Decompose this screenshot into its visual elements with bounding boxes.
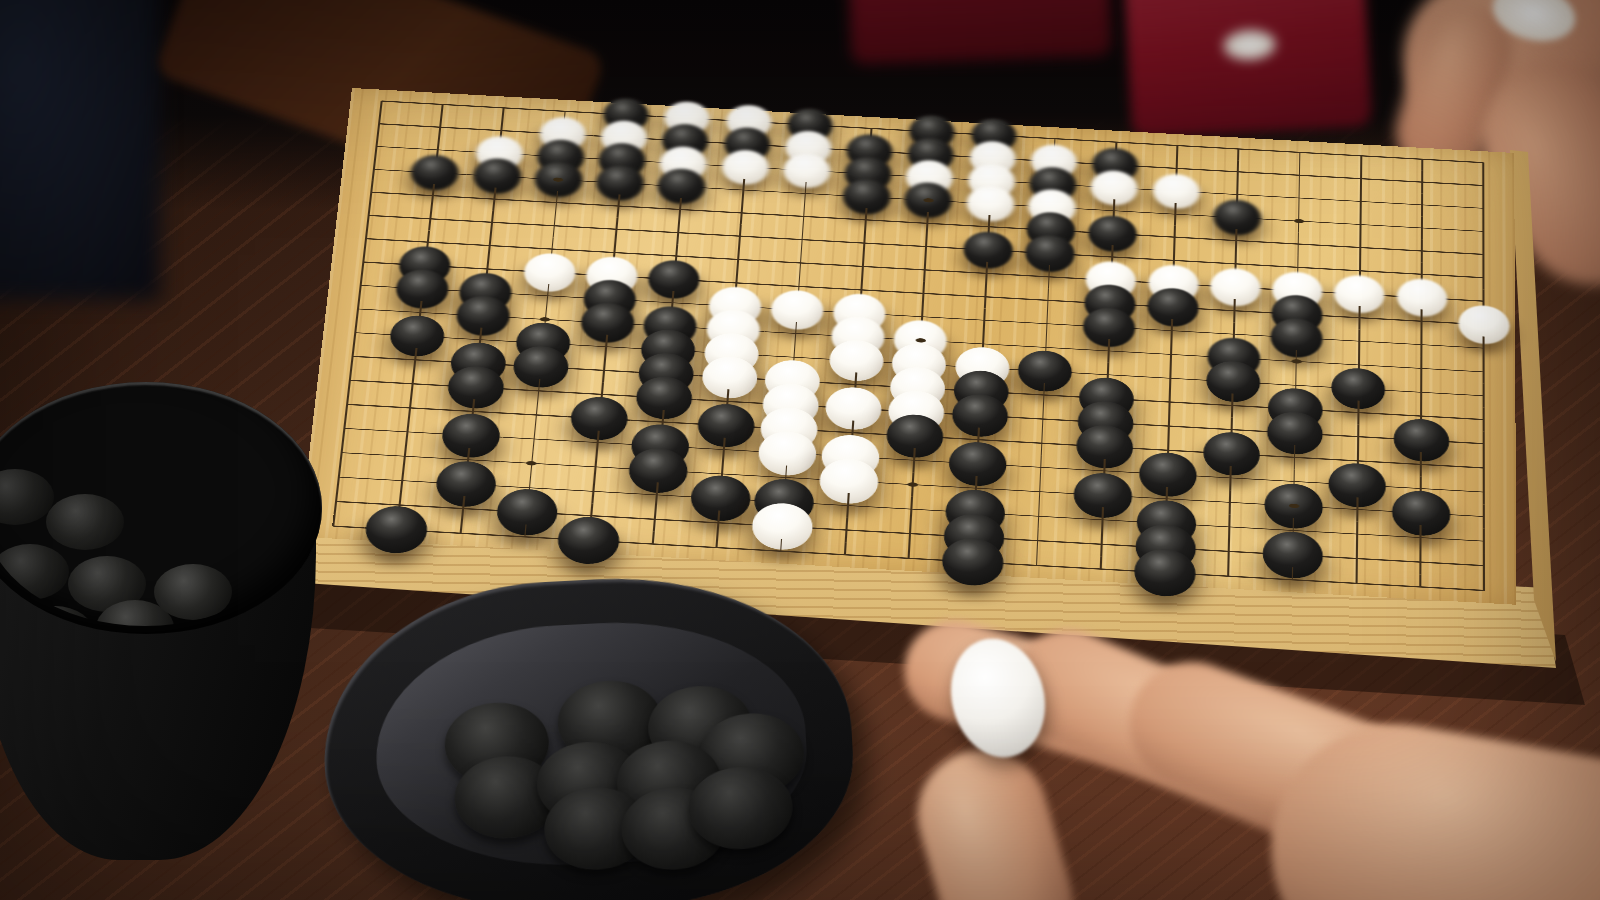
board-intersection[interactable] xyxy=(1453,150,1514,176)
board-intersection[interactable] xyxy=(1328,304,1391,331)
grid-line-horizontal xyxy=(1453,229,1484,232)
board-intersection[interactable] xyxy=(390,275,455,302)
grid-line-horizontal xyxy=(1453,252,1484,255)
board-intersection[interactable] xyxy=(1329,234,1391,261)
board-intersection[interactable] xyxy=(492,523,558,551)
board-intersection[interactable] xyxy=(322,319,387,346)
board-intersection[interactable] xyxy=(1013,358,1077,385)
board-intersection[interactable] xyxy=(1268,208,1330,235)
grid-line-vertical xyxy=(1237,149,1239,160)
board-intersection[interactable] xyxy=(403,160,467,186)
grid-line-vertical xyxy=(716,535,719,547)
board-intersection[interactable] xyxy=(940,548,1005,576)
board-intersection[interactable] xyxy=(458,232,522,259)
black-stone-bowl xyxy=(0,382,326,860)
board-intersection[interactable] xyxy=(825,347,889,374)
board-intersection[interactable] xyxy=(1078,314,1141,341)
board-intersection[interactable] xyxy=(1196,562,1261,590)
board-intersection[interactable] xyxy=(1453,218,1515,245)
board-intersection[interactable] xyxy=(333,225,398,252)
board-intersection[interactable] xyxy=(650,173,714,199)
board-intersection[interactable] xyxy=(1327,375,1390,402)
grid-line-horizontal xyxy=(1453,160,1484,163)
board-intersection[interactable] xyxy=(1263,419,1326,447)
board-intersection[interactable] xyxy=(1453,454,1516,482)
board-intersection[interactable] xyxy=(832,230,895,257)
grid-line-horizontal xyxy=(1452,563,1484,566)
board-intersection[interactable] xyxy=(336,202,401,229)
board-intersection[interactable] xyxy=(330,249,395,276)
grid-line-horizontal xyxy=(1453,299,1484,302)
board-intersection[interactable] xyxy=(1453,335,1515,362)
board-intersection[interactable] xyxy=(714,154,777,180)
board-intersection[interactable] xyxy=(770,226,834,253)
board-intersection[interactable] xyxy=(382,346,447,373)
board-intersection[interactable] xyxy=(1327,399,1390,426)
board-intersection[interactable] xyxy=(882,446,947,474)
board-intersection[interactable] xyxy=(1207,159,1269,185)
board-intersection[interactable] xyxy=(328,272,393,299)
board-intersection[interactable] xyxy=(1391,169,1452,195)
dark-red-object xyxy=(849,0,1112,65)
grid-line-vertical xyxy=(1176,145,1178,156)
board-intersection[interactable] xyxy=(1453,430,1516,458)
board-intersection[interactable] xyxy=(1452,503,1516,531)
board-intersection[interactable] xyxy=(1391,284,1453,311)
board-intersection[interactable] xyxy=(1329,211,1391,238)
board-intersection[interactable] xyxy=(1453,382,1516,409)
grid-line-horizontal xyxy=(500,461,564,466)
board-intersection[interactable] xyxy=(1205,227,1267,254)
grid-line-horizontal xyxy=(333,526,365,529)
far-player-clothing xyxy=(0,0,160,300)
board-intersection[interactable] xyxy=(1017,263,1080,290)
grid-line-vertical xyxy=(844,542,847,554)
board-intersection[interactable] xyxy=(1004,551,1069,579)
board-intersection[interactable] xyxy=(1390,308,1452,335)
board-intersection[interactable] xyxy=(1328,281,1390,308)
board-intersection[interactable] xyxy=(835,184,898,210)
board-intersection[interactable] xyxy=(626,456,691,484)
board-intersection[interactable] xyxy=(879,495,944,523)
board-intersection[interactable] xyxy=(880,471,945,499)
board-intersection[interactable] xyxy=(586,193,650,220)
board-intersection[interactable] xyxy=(1326,423,1389,451)
board-intersection[interactable] xyxy=(341,156,405,182)
board-intersection[interactable] xyxy=(401,183,465,210)
board-intersection[interactable] xyxy=(893,256,956,283)
board-intersection[interactable] xyxy=(1453,241,1515,268)
board-intersection[interactable] xyxy=(515,282,580,309)
board-intersection[interactable] xyxy=(1389,523,1453,551)
board-intersection[interactable] xyxy=(1330,188,1392,214)
board-intersection[interactable] xyxy=(708,223,772,250)
board-intersection[interactable] xyxy=(953,307,1017,334)
board-intersection[interactable] xyxy=(588,170,652,196)
board-intersection[interactable] xyxy=(349,88,413,114)
board-intersection[interactable] xyxy=(443,374,508,401)
board-intersection[interactable] xyxy=(897,187,960,213)
board-intersection[interactable] xyxy=(374,418,440,446)
board-intersection[interactable] xyxy=(576,309,641,336)
board-intersection[interactable] xyxy=(775,157,838,183)
go-game-scene xyxy=(0,0,1600,900)
board-intersection[interactable] xyxy=(1016,287,1079,314)
board-intersection[interactable] xyxy=(433,470,499,498)
board-intersection[interactable] xyxy=(562,453,628,481)
board-intersection[interactable] xyxy=(1070,506,1135,534)
board-intersection[interactable] xyxy=(1199,440,1263,468)
board-intersection[interactable] xyxy=(1011,405,1075,433)
board-intersection[interactable] xyxy=(325,295,390,322)
grid-line-horizontal xyxy=(355,332,386,335)
board-intersection[interactable] xyxy=(522,212,586,239)
grid-line-horizontal xyxy=(344,428,376,431)
grid-line-horizontal xyxy=(1453,346,1484,349)
grid-line-horizontal xyxy=(1453,393,1484,396)
board-intersection[interactable] xyxy=(1073,433,1137,461)
grid-line-horizontal xyxy=(373,169,404,172)
grid-line-vertical xyxy=(1100,557,1102,569)
board-intersection[interactable] xyxy=(1203,297,1266,324)
board-intersection[interactable] xyxy=(499,449,565,477)
board-intersection[interactable] xyxy=(1005,527,1070,555)
board-intersection[interactable] xyxy=(556,526,622,554)
board-intersection[interactable] xyxy=(1198,488,1262,516)
board-intersection[interactable] xyxy=(1208,136,1270,162)
board-intersection[interactable] xyxy=(527,166,591,192)
board-intersection[interactable] xyxy=(684,533,750,561)
board-intersection[interactable] xyxy=(1390,355,1453,382)
board-intersection[interactable] xyxy=(706,246,770,273)
board-intersection[interactable] xyxy=(954,283,1017,310)
board-intersection[interactable] xyxy=(1265,348,1328,375)
grid-line-horizontal xyxy=(1453,370,1484,373)
grid-line-horizontal xyxy=(341,452,373,455)
board-intersection[interactable] xyxy=(377,394,443,422)
board-intersection[interactable] xyxy=(1388,573,1452,601)
board-intersection[interactable] xyxy=(813,516,878,544)
board-intersection[interactable] xyxy=(1391,192,1453,218)
board-intersection[interactable] xyxy=(1201,392,1264,419)
board-intersection[interactable] xyxy=(1325,520,1389,548)
board-intersection[interactable] xyxy=(1452,478,1515,506)
board-intersection[interactable] xyxy=(1453,311,1515,338)
board-intersection[interactable] xyxy=(560,477,626,505)
board-intersection[interactable] xyxy=(1263,443,1327,471)
board-intersection[interactable] xyxy=(508,353,573,380)
board-intersection[interactable] xyxy=(347,111,411,137)
grid-line-vertical xyxy=(332,514,335,526)
board-intersection[interactable] xyxy=(1081,221,1144,248)
board-intersection[interactable] xyxy=(1261,541,1325,569)
board-intersection[interactable] xyxy=(765,296,829,323)
board-intersection[interactable] xyxy=(1326,471,1390,499)
board-intersection[interactable] xyxy=(750,512,816,540)
board-intersection[interactable] xyxy=(380,370,446,397)
board-intersection[interactable] xyxy=(1146,132,1208,158)
board-intersection[interactable] xyxy=(1389,426,1452,454)
board-intersection[interactable] xyxy=(693,412,758,440)
board-intersection[interactable] xyxy=(1197,513,1261,541)
board-intersection[interactable] xyxy=(1389,499,1453,527)
grid-line-vertical xyxy=(524,524,527,536)
board-intersection[interactable] xyxy=(815,492,880,520)
board-intersection[interactable] xyxy=(411,91,475,117)
grid-line-horizontal xyxy=(1453,276,1484,279)
bowl-black-stone xyxy=(154,564,232,620)
board-intersection[interactable] xyxy=(1139,341,1202,368)
board-intersection[interactable] xyxy=(584,216,648,243)
board-intersection[interactable] xyxy=(1390,379,1453,406)
board-intersection[interactable] xyxy=(506,377,571,405)
board-intersection[interactable] xyxy=(428,519,494,547)
board-intersection[interactable] xyxy=(763,320,827,347)
board-intersection[interactable] xyxy=(1324,569,1388,597)
board-intersection[interactable] xyxy=(438,422,504,450)
grid-line-horizontal xyxy=(363,261,394,264)
board-intersection[interactable] xyxy=(748,537,814,565)
board-intersection[interactable] xyxy=(831,253,895,280)
board-intersection[interactable] xyxy=(398,206,462,233)
board-intersection[interactable] xyxy=(1204,274,1267,301)
board-intersection[interactable] xyxy=(755,439,820,467)
board-intersection[interactable] xyxy=(956,237,1019,264)
board-intersection[interactable] xyxy=(524,189,588,216)
grid-line-vertical xyxy=(1036,553,1038,565)
board-intersection[interactable] xyxy=(1391,215,1453,242)
board-intersection[interactable] xyxy=(465,163,529,189)
grid-line-horizontal xyxy=(381,100,412,103)
board-intersection[interactable] xyxy=(1269,162,1331,188)
grid-line-horizontal xyxy=(514,317,577,322)
board-intersection[interactable] xyxy=(1143,224,1206,251)
board-intersection[interactable] xyxy=(710,200,774,227)
board-intersection[interactable] xyxy=(812,541,878,569)
grid-line-horizontal xyxy=(347,404,379,407)
board-intersection[interactable] xyxy=(1390,331,1453,358)
grid-line-vertical xyxy=(1295,350,1297,374)
board-intersection[interactable] xyxy=(1141,294,1204,321)
board-intersection[interactable] xyxy=(877,520,942,548)
board-intersection[interactable] xyxy=(697,364,762,391)
grid-line-vertical xyxy=(1421,159,1423,170)
board-intersection[interactable] xyxy=(1144,201,1206,227)
board-intersection[interactable] xyxy=(1389,450,1452,478)
grid-line-vertical xyxy=(780,539,783,551)
grid-line-vertical xyxy=(652,532,655,544)
board-intersection[interactable] xyxy=(372,442,438,470)
board-intersection[interactable] xyxy=(462,186,526,213)
board-intersection[interactable] xyxy=(688,484,753,512)
board-intersection[interactable] xyxy=(894,233,957,260)
board-intersection[interactable] xyxy=(1132,558,1197,586)
board-intersection[interactable] xyxy=(948,402,1012,430)
board-intersection[interactable] xyxy=(883,422,948,450)
grid-line-vertical xyxy=(440,104,443,115)
board-intersection[interactable] xyxy=(1268,185,1330,211)
grid-line-vertical xyxy=(1483,163,1485,174)
board-intersection[interactable] xyxy=(876,544,941,572)
board-intersection[interactable] xyxy=(460,209,524,236)
board-intersection[interactable] xyxy=(648,196,712,223)
board-intersection[interactable] xyxy=(1012,381,1076,408)
board-intersection[interactable] xyxy=(769,250,833,277)
board-intersection[interactable] xyxy=(1139,365,1202,392)
grid-line-horizontal xyxy=(1452,539,1484,542)
board-intersection[interactable] xyxy=(565,429,630,457)
grid-line-horizontal xyxy=(1453,490,1485,493)
board-intersection[interactable] xyxy=(622,505,688,533)
go-board xyxy=(299,88,1516,605)
grid-line-vertical xyxy=(379,101,382,112)
grid-line-vertical xyxy=(1360,156,1362,167)
board-intersection[interactable] xyxy=(1199,464,1263,492)
grid-line-vertical xyxy=(460,521,463,533)
board-intersection[interactable] xyxy=(1069,530,1134,558)
grid-line-horizontal xyxy=(379,123,410,126)
grid-line-vertical xyxy=(1419,575,1421,588)
board-intersection[interactable] xyxy=(945,450,1010,478)
board-intersection[interactable] xyxy=(1452,576,1516,604)
board-intersection[interactable] xyxy=(1138,388,1202,415)
board-intersection[interactable] xyxy=(691,436,756,464)
grid-line-horizontal xyxy=(360,285,391,288)
board-intersection[interactable] xyxy=(1206,204,1268,231)
board-intersection[interactable] xyxy=(501,425,567,453)
board-intersection[interactable] xyxy=(363,516,430,544)
board-intersection[interactable] xyxy=(712,177,775,203)
board-intersection[interactable] xyxy=(1071,481,1135,509)
grid-line-horizontal xyxy=(1268,219,1330,224)
board-intersection[interactable] xyxy=(319,343,385,370)
grid-line-horizontal xyxy=(1452,514,1484,517)
board-intersection[interactable] xyxy=(1006,502,1071,530)
board-intersection[interactable] xyxy=(344,133,408,159)
board-intersection[interactable] xyxy=(1391,238,1453,265)
board-intersection[interactable] xyxy=(821,395,886,423)
board-intersection[interactable] xyxy=(632,384,697,412)
grid-line-horizontal xyxy=(1453,183,1484,186)
board-intersection[interactable] xyxy=(1015,310,1078,337)
board-intersection[interactable] xyxy=(646,219,710,246)
board-intersection[interactable] xyxy=(1265,324,1328,351)
board-intersection[interactable] xyxy=(472,95,536,121)
board-intersection[interactable] xyxy=(1260,566,1324,594)
board-intersection[interactable] xyxy=(959,191,1022,217)
board-intersection[interactable] xyxy=(1197,537,1261,565)
board-intersection[interactable] xyxy=(774,180,837,206)
board-intersection[interactable] xyxy=(834,207,897,234)
board-intersection[interactable] xyxy=(1018,240,1081,267)
board-intersection[interactable] xyxy=(1453,358,1516,385)
board-intersection[interactable] xyxy=(1083,175,1145,201)
board-intersection[interactable] xyxy=(571,357,636,384)
board-intersection[interactable] xyxy=(1325,495,1389,523)
board-intersection[interactable] xyxy=(1009,453,1073,481)
board-intersection[interactable] xyxy=(369,467,435,495)
grid-line-vertical xyxy=(502,108,505,119)
grid-line-horizontal xyxy=(881,482,945,487)
grid-line-horizontal xyxy=(366,238,397,241)
board-intersection[interactable] xyxy=(1262,492,1326,520)
board-intersection[interactable] xyxy=(1388,548,1452,576)
red-box-highlight xyxy=(1223,29,1276,62)
board-intersection[interactable] xyxy=(892,280,956,307)
board-intersection[interactable] xyxy=(1007,478,1072,506)
board-intersection[interactable] xyxy=(385,323,450,350)
grid-line-vertical xyxy=(1298,209,1300,232)
board-intersection[interactable] xyxy=(1010,429,1074,457)
board-intersection[interactable] xyxy=(817,467,882,495)
board-intersection[interactable] xyxy=(1328,328,1391,355)
grid-line-horizontal xyxy=(1265,359,1328,364)
board-intersection[interactable] xyxy=(1140,317,1203,344)
grid-line-vertical xyxy=(1291,567,1293,579)
board-intersection[interactable] xyxy=(517,259,581,286)
board-intersection[interactable] xyxy=(1135,461,1199,489)
board-intersection[interactable] xyxy=(450,302,515,329)
board-intersection[interactable] xyxy=(573,333,638,360)
board-intersection[interactable] xyxy=(339,179,403,206)
board-intersection[interactable] xyxy=(955,260,1018,287)
board-intersection[interactable] xyxy=(1077,337,1140,364)
grid-line-horizontal xyxy=(338,476,370,479)
board-intersection[interactable] xyxy=(1330,165,1392,191)
board-intersection[interactable] xyxy=(1452,552,1516,580)
board-intersection[interactable] xyxy=(1392,146,1453,172)
board-intersection[interactable] xyxy=(896,210,959,237)
grid-line-vertical xyxy=(530,451,534,475)
board-intersection[interactable] xyxy=(1330,143,1391,169)
grid-line-vertical xyxy=(908,546,911,558)
grid-line-horizontal xyxy=(368,215,399,218)
board-intersection[interactable] xyxy=(504,401,569,429)
board-intersection[interactable] xyxy=(430,495,496,523)
board-intersection[interactable] xyxy=(1267,231,1329,258)
board-intersection[interactable] xyxy=(1269,139,1331,165)
board-intersection[interactable] xyxy=(686,509,752,537)
board-intersection[interactable] xyxy=(1453,172,1514,198)
board-intersection[interactable] xyxy=(1137,412,1201,440)
board-intersection[interactable] xyxy=(624,481,690,509)
board-intersection[interactable] xyxy=(620,530,686,558)
board-intersection[interactable] xyxy=(567,405,632,433)
grid-line-vertical xyxy=(911,472,914,496)
board-intersection[interactable] xyxy=(1453,406,1516,434)
lid-tray-with-captures xyxy=(316,566,861,900)
grid-line-horizontal xyxy=(352,356,384,359)
board-intersection[interactable] xyxy=(494,498,560,526)
board-intersection[interactable] xyxy=(1453,264,1515,291)
grid-line-vertical xyxy=(1299,152,1301,163)
grid-line-horizontal xyxy=(1453,206,1484,209)
grid-line-horizontal xyxy=(336,501,368,504)
board-intersection[interactable] xyxy=(642,266,706,293)
board-intersection[interactable] xyxy=(772,203,835,230)
board-intersection[interactable] xyxy=(1201,368,1264,395)
board-intersection[interactable] xyxy=(317,367,383,394)
board-intersection[interactable] xyxy=(1145,178,1207,204)
board-intersection[interactable] xyxy=(1452,527,1516,555)
grid-line-vertical xyxy=(1228,564,1230,576)
grid-line-horizontal xyxy=(371,192,402,195)
board-intersection[interactable] xyxy=(1325,545,1389,573)
board-intersection[interactable] xyxy=(1068,555,1133,583)
grid-line-horizontal xyxy=(1453,417,1484,420)
board-intersection[interactable] xyxy=(408,114,472,140)
board-intersection[interactable] xyxy=(1453,195,1515,221)
